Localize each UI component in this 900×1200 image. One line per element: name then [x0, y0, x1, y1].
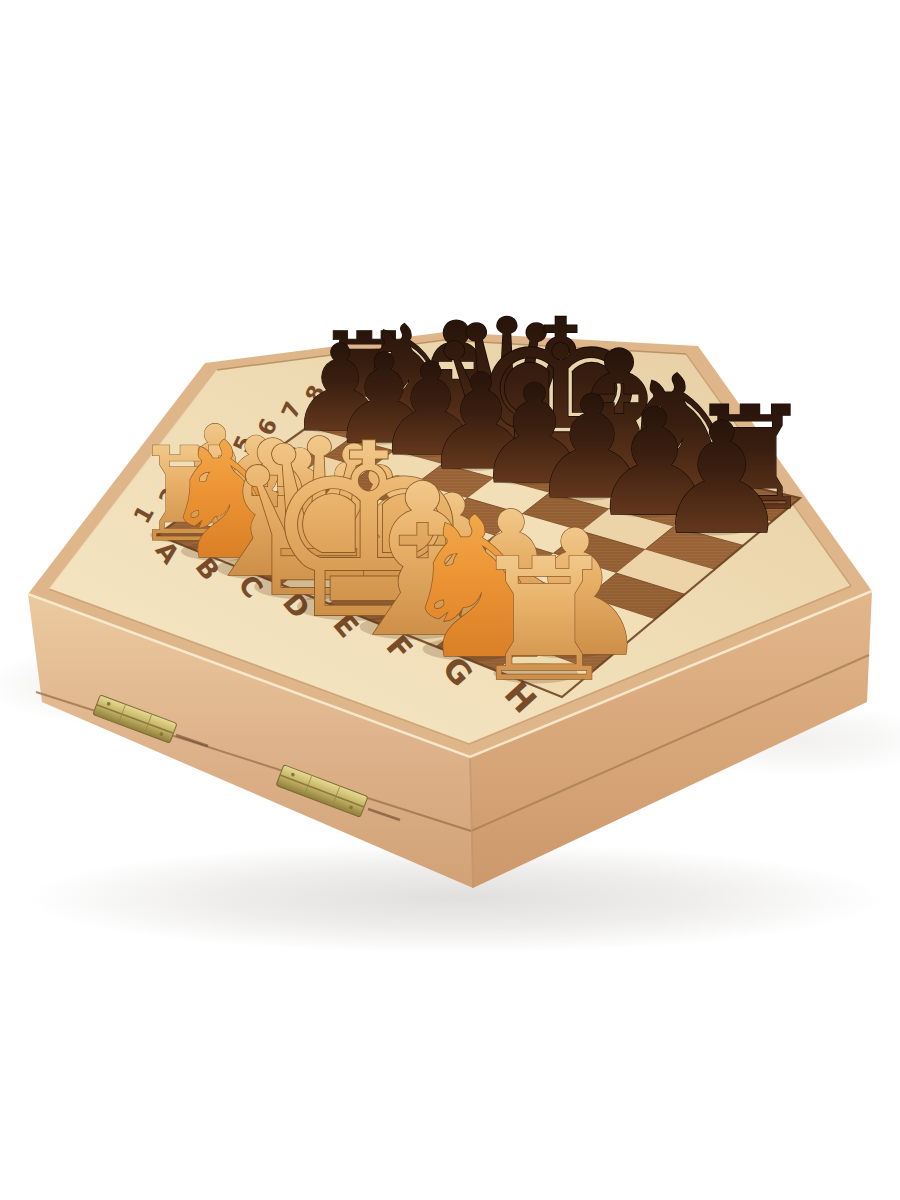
- piece-white-rook: ♜: [468, 522, 619, 719]
- piece-black-pawn: ♟: [653, 390, 791, 568]
- scene-svg: ABCDEFGH12345678 ♜♞♟♝♟♛♟♚♟♝♟♞♟♜♟♟♟♟♜♟♞♟♝…: [0, 0, 900, 1200]
- product-photo: ABCDEFGH12345678 ♜♞♟♝♟♛♟♚♟♝♟♞♟♜♟♟♟♟♜♟♞♟♝…: [0, 0, 900, 1200]
